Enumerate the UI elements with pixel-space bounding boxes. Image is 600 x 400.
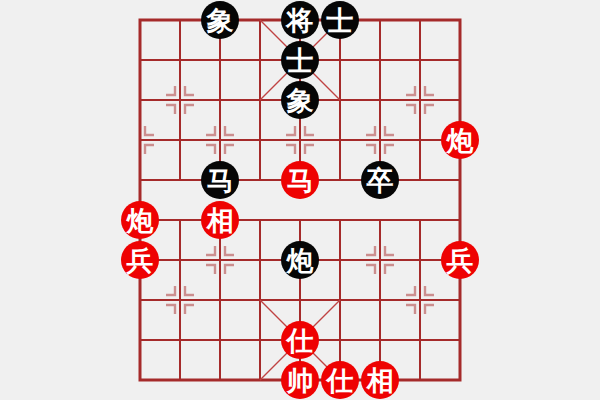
piece-black-elephant[interactable]: 象	[201, 1, 239, 39]
piece-black-horse[interactable]: 马	[201, 161, 239, 199]
board-grid[interactable]: 象将士士象炮马马卒炮相兵炮兵仕帅仕相	[120, 0, 480, 400]
piece-black-cannon[interactable]: 炮	[281, 241, 319, 279]
piece-red-cannon[interactable]: 炮	[121, 201, 159, 239]
piece-red-cannon[interactable]: 炮	[441, 121, 479, 159]
piece-black-pawn[interactable]: 卒	[361, 161, 399, 199]
piece-red-horse[interactable]: 马	[281, 161, 319, 199]
piece-black-general[interactable]: 将	[281, 1, 319, 39]
piece-red-elephant[interactable]: 相	[201, 201, 239, 239]
piece-red-pawn[interactable]: 兵	[441, 241, 479, 279]
piece-black-elephant[interactable]: 象	[281, 81, 319, 119]
piece-black-advisor[interactable]: 士	[281, 41, 319, 79]
xiangqi-board: 象将士士象炮马马卒炮相兵炮兵仕帅仕相	[0, 0, 600, 400]
piece-red-advisor[interactable]: 仕	[281, 321, 319, 359]
piece-red-elephant[interactable]: 相	[361, 361, 399, 399]
piece-red-advisor[interactable]: 仕	[321, 361, 359, 399]
piece-black-advisor[interactable]: 士	[321, 1, 359, 39]
piece-red-general[interactable]: 帅	[281, 361, 319, 399]
piece-red-pawn[interactable]: 兵	[121, 241, 159, 279]
